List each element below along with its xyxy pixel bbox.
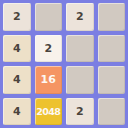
- board-2048[interactable]: 2 2 4 2 4 16 4 2048 2: [0, 0, 128, 128]
- cell-r0c0: 2: [3, 3, 31, 31]
- cell-r0c3: [98, 3, 126, 31]
- cell-r1c0: 4: [3, 35, 31, 63]
- cell-r2c1: 16: [35, 66, 63, 94]
- cell-r0c2: 2: [66, 3, 94, 31]
- cell-r3c3: [98, 98, 126, 126]
- cell-r1c3: [98, 35, 126, 63]
- cell-r1c1: 2: [35, 35, 63, 63]
- cell-r3c0: 4: [3, 98, 31, 126]
- cell-r1c2: [66, 35, 94, 63]
- cell-r3c1: 2048: [35, 98, 63, 126]
- cell-r2c0: 4: [3, 66, 31, 94]
- cell-r2c3: [98, 66, 126, 94]
- cell-r2c2: [66, 66, 94, 94]
- cell-r3c2: 2: [66, 98, 94, 126]
- cell-r0c1: [35, 3, 63, 31]
